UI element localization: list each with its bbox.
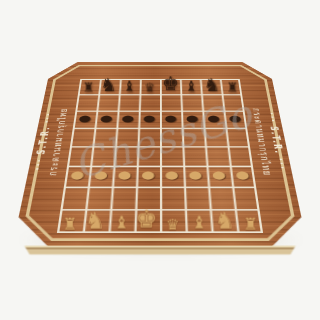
square-g8: ♞ [200, 79, 222, 94]
piece-light-rook-ruea: ♜ [243, 216, 258, 233]
piece-dark-pawn-bia: ● [186, 114, 199, 124]
square-f7 [181, 94, 203, 110]
square-f3: ● [183, 166, 208, 187]
square-e7 [160, 94, 181, 110]
piece-dark-knight-ma: ♞ [100, 75, 117, 94]
piece-dark-pawn-bia: ● [164, 114, 177, 124]
piece-light-pawn-bia: ● [70, 170, 85, 182]
square-g3: ● [206, 166, 232, 187]
piece-light-bishop-khon: ♝ [191, 215, 207, 234]
square-c4 [114, 146, 138, 166]
piece-light-rook-ruea: ♜ [63, 216, 78, 233]
square-d3: ● [136, 166, 160, 187]
square-b4 [90, 146, 115, 166]
piece-light-pawn-bia: ● [117, 170, 132, 182]
square-g7 [201, 94, 223, 110]
piece-dark-knight-ma: ♞ [203, 75, 220, 94]
board-grid: ♜♞♝♛♚♝♞♜●●●●●●●●●●●●●●●●♜♞♝♚♛♝♞♜ [57, 79, 263, 233]
square-e2 [160, 187, 185, 209]
square-h4 [227, 146, 252, 166]
square-e3: ● [160, 166, 184, 187]
piece-light-queen-met: ♛ [166, 217, 180, 233]
square-d1: ♚ [134, 209, 160, 233]
square-e8: ♚ [160, 79, 181, 94]
piece-dark-bishop-khon: ♝ [185, 80, 197, 95]
piece-dark-pawn-bia: ● [228, 114, 242, 124]
piece-light-pawn-bia: ● [93, 170, 108, 182]
square-c3: ● [112, 166, 137, 187]
photo-background: ··· S.T.R. ··· กระดานหมากรุกไทย ··· S.T.… [0, 0, 320, 320]
square-f2 [184, 187, 210, 209]
square-c7 [118, 94, 140, 110]
square-h3: ● [230, 166, 256, 187]
piece-dark-queen-met: ♛ [144, 81, 155, 94]
piece-light-pawn-bia: ● [141, 170, 155, 182]
piece-dark-rook-ruea: ♜ [82, 80, 94, 94]
piece-light-pawn-bia: ● [212, 170, 227, 182]
piece-dark-pawn-bia: ● [78, 114, 92, 124]
piece-light-knight-ma: ♞ [85, 209, 106, 233]
square-a3: ● [64, 166, 90, 187]
piece-dark-king-khun: ♚ [162, 74, 179, 94]
piece-dark-pawn-bia: ● [207, 114, 221, 124]
piece-dark-pawn-bia: ● [100, 114, 114, 124]
piece-light-king-khun: ♚ [136, 208, 158, 233]
piece-light-pawn-bia: ● [188, 170, 203, 182]
piece-dark-pawn-bia: ● [143, 114, 156, 124]
square-d4 [137, 146, 160, 166]
makruk-board: ··· S.T.R. ··· กระดานหมากรุกไทย ··· S.T.… [12, 62, 307, 246]
square-h7 [222, 94, 245, 110]
square-f4 [182, 146, 206, 166]
piece-dark-bishop-khon: ♝ [123, 80, 135, 95]
square-b7 [97, 94, 119, 110]
board-plywood-edge [18, 245, 301, 254]
piece-dark-pawn-bia: ● [121, 114, 134, 124]
piece-light-bishop-khon: ♝ [114, 215, 130, 234]
piece-light-knight-ma: ♞ [214, 209, 235, 233]
piece-dark-rook-ruea: ♜ [226, 80, 238, 94]
piece-light-pawn-bia: ● [165, 170, 179, 182]
square-c2 [110, 187, 136, 209]
square-g1: ♞ [210, 209, 238, 233]
square-e4 [160, 146, 183, 166]
square-d7 [139, 94, 160, 110]
square-h2 [232, 187, 259, 209]
square-a4 [67, 146, 92, 166]
piece-light-pawn-bia: ● [235, 170, 250, 182]
square-b3: ● [88, 166, 114, 187]
square-g4 [205, 146, 230, 166]
square-a7 [75, 94, 98, 110]
